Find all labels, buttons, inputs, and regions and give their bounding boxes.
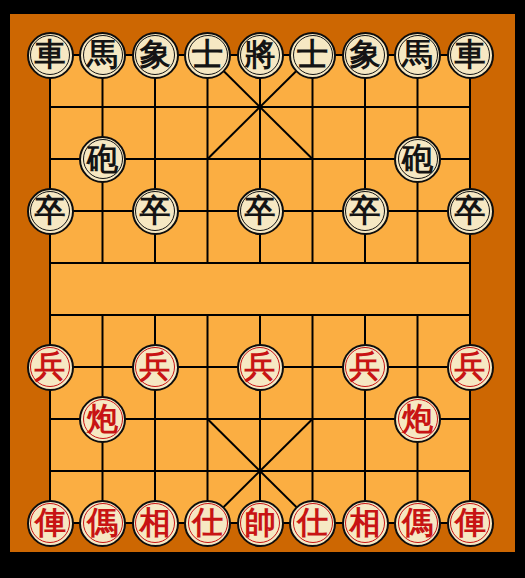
board-point-c6[interactable] [129,289,182,341]
piece-glyph: 士 [297,39,328,70]
piece-glyph: 卒 [350,195,381,226]
board-point-g2[interactable] [339,81,392,133]
board-point-b2[interactable] [76,81,129,133]
black-advisor[interactable]: 士 [289,32,336,79]
board-point-f8[interactable] [286,393,339,445]
board-point-i7[interactable]: 兵 [444,341,497,393]
piece-glyph: 兵 [350,351,381,382]
piece-glyph: 兵 [35,351,66,382]
board-point-f2[interactable] [286,81,339,133]
piece-glyph: 仕 [192,507,223,538]
board-point-f10[interactable]: 仕 [286,497,339,549]
board-point-g10[interactable]: 相 [339,497,392,549]
black-elephant[interactable]: 象 [342,32,389,79]
black-chariot[interactable]: 車 [27,32,74,79]
board-point-i8[interactable] [444,393,497,445]
board-point-f6[interactable] [286,289,339,341]
piece-glyph: 兵 [245,351,276,382]
board-point-c3[interactable] [129,133,182,185]
board-point-h9[interactable] [391,445,444,497]
red-soldier[interactable]: 兵 [27,344,74,391]
board-point-e1[interactable]: 將 [234,29,287,81]
board-grid: 車馬象士將士象馬車砲砲卒卒卒卒卒兵兵兵兵兵炮炮俥傌相仕帥仕相傌俥 [24,29,497,549]
board-point-i3[interactable] [444,133,497,185]
board-point-a10[interactable]: 俥 [24,497,77,549]
black-advisor[interactable]: 士 [184,32,231,79]
board-point-b3[interactable]: 砲 [76,133,129,185]
board-point-i2[interactable] [444,81,497,133]
piece-glyph: 相 [140,507,171,538]
board-point-g3[interactable] [339,133,392,185]
board-point-a9[interactable] [24,445,77,497]
board-point-c4[interactable]: 卒 [129,185,182,237]
board-point-c1[interactable]: 象 [129,29,182,81]
board-point-e5[interactable] [234,237,287,289]
board-point-g1[interactable]: 象 [339,29,392,81]
board-point-i9[interactable] [444,445,497,497]
piece-glyph: 砲 [87,143,118,174]
piece-glyph: 砲 [402,143,433,174]
board-point-f1[interactable]: 士 [286,29,339,81]
black-soldier[interactable]: 卒 [342,188,389,235]
board-point-b4[interactable] [76,185,129,237]
board-point-d2[interactable] [181,81,234,133]
board-point-f5[interactable] [286,237,339,289]
board-point-d7[interactable] [181,341,234,393]
board-point-c5[interactable] [129,237,182,289]
board-point-h10[interactable]: 傌 [391,497,444,549]
board-point-a1[interactable]: 車 [24,29,77,81]
board-point-a5[interactable] [24,237,77,289]
board-point-d4[interactable] [181,185,234,237]
black-horse[interactable]: 馬 [394,32,441,79]
board-point-b9[interactable] [76,445,129,497]
board-point-f7[interactable] [286,341,339,393]
red-soldier[interactable]: 兵 [447,344,494,391]
board-point-f4[interactable] [286,185,339,237]
board-point-a6[interactable] [24,289,77,341]
board-point-g4[interactable]: 卒 [339,185,392,237]
red-horse[interactable]: 傌 [394,500,441,547]
board-point-h5[interactable] [391,237,444,289]
piece-glyph: 相 [350,507,381,538]
piece-glyph: 炮 [87,403,118,434]
board-point-e9[interactable] [234,445,287,497]
black-soldier[interactable]: 卒 [27,188,74,235]
piece-glyph: 兵 [455,351,486,382]
board-point-b10[interactable]: 傌 [76,497,129,549]
board-point-i6[interactable] [444,289,497,341]
black-soldier[interactable]: 卒 [132,188,179,235]
red-advisor[interactable]: 仕 [289,500,336,547]
board-point-f3[interactable] [286,133,339,185]
board-point-b6[interactable] [76,289,129,341]
board-point-h8[interactable]: 炮 [391,393,444,445]
board-point-e3[interactable] [234,133,287,185]
piece-glyph: 車 [455,39,486,70]
black-cannon[interactable]: 砲 [394,136,441,183]
piece-glyph: 將 [245,39,276,70]
red-soldier[interactable]: 兵 [132,344,179,391]
black-soldier[interactable]: 卒 [237,188,284,235]
black-chariot[interactable]: 車 [447,32,494,79]
board-point-d10[interactable]: 仕 [181,497,234,549]
board-point-c8[interactable] [129,393,182,445]
piece-glyph: 傌 [402,507,433,538]
piece-glyph: 象 [350,39,381,70]
piece-glyph: 卒 [140,195,171,226]
board-point-b8[interactable]: 炮 [76,393,129,445]
board-point-a7[interactable]: 兵 [24,341,77,393]
red-general[interactable]: 帥 [237,500,284,547]
board-point-a8[interactable] [24,393,77,445]
board-point-e6[interactable] [234,289,287,341]
board-point-g8[interactable] [339,393,392,445]
piece-glyph: 帥 [245,507,276,538]
board-point-d8[interactable] [181,393,234,445]
board-point-g7[interactable]: 兵 [339,341,392,393]
board-point-g9[interactable] [339,445,392,497]
board-point-d5[interactable] [181,237,234,289]
piece-glyph: 卒 [245,195,276,226]
board-point-d1[interactable]: 士 [181,29,234,81]
piece-glyph: 俥 [35,507,66,538]
red-cannon[interactable]: 炮 [394,396,441,443]
board-point-c10[interactable]: 相 [129,497,182,549]
board-point-h2[interactable] [391,81,444,133]
red-cannon[interactable]: 炮 [79,396,126,443]
board-point-h6[interactable] [391,289,444,341]
red-chariot[interactable]: 俥 [27,500,74,547]
piece-glyph: 兵 [140,351,171,382]
board-point-c9[interactable] [129,445,182,497]
board-point-i5[interactable] [444,237,497,289]
board-point-a2[interactable] [24,81,77,133]
board-point-h4[interactable] [391,185,444,237]
board-point-e10[interactable]: 帥 [234,497,287,549]
red-advisor[interactable]: 仕 [184,500,231,547]
piece-glyph: 卒 [455,195,486,226]
board-point-a3[interactable] [24,133,77,185]
black-general[interactable]: 將 [237,32,284,79]
red-horse[interactable]: 傌 [79,500,126,547]
xiangqi-board: 車馬象士將士象馬車砲砲卒卒卒卒卒兵兵兵兵兵炮炮俥傌相仕帥仕相傌俥 [0,0,525,578]
board-point-b1[interactable]: 馬 [76,29,129,81]
red-elephant[interactable]: 相 [132,500,179,547]
black-horse[interactable]: 馬 [79,32,126,79]
piece-glyph: 仕 [297,507,328,538]
board-point-c7[interactable]: 兵 [129,341,182,393]
board-point-i10[interactable]: 俥 [444,497,497,549]
board-point-d6[interactable] [181,289,234,341]
board-point-c2[interactable] [129,81,182,133]
board-point-g5[interactable] [339,237,392,289]
piece-glyph: 卒 [35,195,66,226]
piece-glyph: 傌 [87,507,118,538]
black-soldier[interactable]: 卒 [447,188,494,235]
black-elephant[interactable]: 象 [132,32,179,79]
piece-glyph: 象 [140,39,171,70]
black-cannon[interactable]: 砲 [79,136,126,183]
board-point-f9[interactable] [286,445,339,497]
board-point-g6[interactable] [339,289,392,341]
piece-glyph: 俥 [455,507,486,538]
board-point-e4[interactable]: 卒 [234,185,287,237]
board-point-h1[interactable]: 馬 [391,29,444,81]
board-point-h7[interactable] [391,341,444,393]
board-point-b7[interactable] [76,341,129,393]
red-soldier[interactable]: 兵 [342,344,389,391]
red-chariot[interactable]: 俥 [447,500,494,547]
board-point-e8[interactable] [234,393,287,445]
board-point-e2[interactable] [234,81,287,133]
board-point-b5[interactable] [76,237,129,289]
red-soldier[interactable]: 兵 [237,344,284,391]
board-point-h3[interactable]: 砲 [391,133,444,185]
piece-glyph: 炮 [402,403,433,434]
piece-glyph: 車 [35,39,66,70]
board-point-i1[interactable]: 車 [444,29,497,81]
piece-glyph: 馬 [402,39,433,70]
board-point-d3[interactable] [181,133,234,185]
red-elephant[interactable]: 相 [342,500,389,547]
piece-glyph: 馬 [87,39,118,70]
board-point-e7[interactable]: 兵 [234,341,287,393]
board-point-d9[interactable] [181,445,234,497]
piece-glyph: 士 [192,39,223,70]
board-point-a4[interactable]: 卒 [24,185,77,237]
board-point-i4[interactable]: 卒 [444,185,497,237]
